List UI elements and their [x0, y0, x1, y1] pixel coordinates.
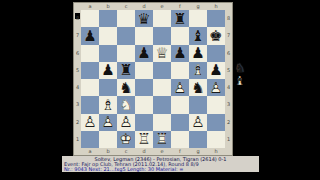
- square-d5[interactable]: [135, 62, 153, 79]
- square-a1[interactable]: [81, 131, 99, 148]
- black-rook-glyph: ♜: [173, 11, 188, 27]
- square-h8[interactable]: [207, 10, 225, 27]
- square-g3[interactable]: [189, 96, 207, 113]
- coord-label-6: 6: [74, 45, 81, 62]
- square-f6[interactable]: ♟: [171, 45, 189, 62]
- square-b1[interactable]: [99, 131, 117, 148]
- square-d3[interactable]: [135, 96, 153, 113]
- coord-label-d: d: [135, 3, 153, 10]
- square-h3[interactable]: [207, 96, 225, 113]
- black-pawn-glyph: ♟: [83, 28, 98, 44]
- square-d7[interactable]: [135, 27, 153, 44]
- piece-white-knight-c3[interactable]: ♞♘: [119, 97, 134, 113]
- piece-black-pawn-a7[interactable]: ♟: [83, 28, 98, 44]
- coord-label-a: a: [81, 148, 99, 155]
- square-a4[interactable]: [81, 79, 99, 96]
- chess-board: abcdefgh abcdefgh 87654321 87654321 ♛♜♟♝…: [74, 3, 232, 155]
- piece-black-pawn-g6[interactable]: ♟: [191, 45, 206, 61]
- black-pawn-glyph: ♟: [209, 62, 224, 78]
- square-b8[interactable]: [99, 10, 117, 27]
- coord-label-5: 5: [74, 62, 81, 79]
- rank-labels-left: 87654321: [74, 10, 81, 148]
- square-f8[interactable]: ♜: [171, 10, 189, 27]
- coord-label-4: 4: [74, 79, 81, 96]
- coord-label-1: 1: [225, 131, 232, 148]
- white-pawn-outline: ♙: [83, 114, 98, 130]
- coord-label-g: g: [189, 148, 207, 155]
- square-d4[interactable]: [135, 79, 153, 96]
- white-rook-outline: ♖: [137, 131, 152, 147]
- piece-black-knight-c4[interactable]: ♞: [119, 80, 134, 96]
- square-e1[interactable]: ♜♖: [153, 131, 171, 148]
- black-pawn-glyph: ♟: [173, 45, 188, 61]
- square-f7[interactable]: [171, 27, 189, 44]
- square-e8[interactable]: [153, 10, 171, 27]
- square-c4[interactable]: ♞: [117, 79, 135, 96]
- square-a2[interactable]: ♟♙: [81, 114, 99, 131]
- piece-black-pawn-d6[interactable]: ♟: [137, 45, 152, 61]
- square-g6[interactable]: ♟: [189, 45, 207, 62]
- piece-white-pawn-c2[interactable]: ♟♙: [119, 114, 134, 130]
- square-g5[interactable]: ♝♗: [189, 62, 207, 79]
- piece-black-bishop-g7[interactable]: ♝: [191, 28, 206, 44]
- square-f5[interactable]: [171, 62, 189, 79]
- piece-white-king-c1[interactable]: ♚♔: [119, 131, 134, 147]
- square-c1[interactable]: ♚♔: [117, 131, 135, 148]
- piece-white-pawn-a2[interactable]: ♟♙: [83, 114, 98, 130]
- square-a3[interactable]: [81, 96, 99, 113]
- coord-label-b: b: [99, 3, 117, 10]
- square-h1[interactable]: [207, 131, 225, 148]
- square-g8[interactable]: [189, 10, 207, 27]
- square-c3[interactable]: ♞♘: [117, 96, 135, 113]
- square-c2[interactable]: ♟♙: [117, 114, 135, 131]
- white-pawn-outline: ♙: [173, 80, 188, 96]
- coord-label-7: 7: [74, 27, 81, 44]
- coord-label-e: e: [153, 3, 171, 10]
- square-b5[interactable]: ♟: [99, 62, 117, 79]
- piece-white-bishop-g5[interactable]: ♝♗: [191, 62, 206, 78]
- piece-black-king-h7[interactable]: ♚: [209, 28, 224, 44]
- white-pawn-outline: ♙: [101, 114, 116, 130]
- square-e5[interactable]: [153, 62, 171, 79]
- square-c8[interactable]: [117, 10, 135, 27]
- piece-white-pawn-b2[interactable]: ♟♙: [101, 114, 116, 130]
- square-a8[interactable]: [81, 10, 99, 27]
- square-b4[interactable]: [99, 79, 117, 96]
- white-knight-outline: ♘: [119, 97, 134, 113]
- coord-label-6: 6: [225, 45, 232, 62]
- square-f2[interactable]: [171, 114, 189, 131]
- square-d6[interactable]: ♟: [135, 45, 153, 62]
- coord-label-e: e: [153, 148, 171, 155]
- black-king-glyph: ♚: [209, 28, 224, 44]
- square-f3[interactable]: [171, 96, 189, 113]
- white-pawn-outline: ♙: [209, 80, 224, 96]
- coord-label-3: 3: [74, 96, 81, 113]
- coord-label-a: a: [81, 3, 99, 10]
- coord-label-7: 7: [225, 27, 232, 44]
- game-meta-line: Nr.: 9043 Next: 21...fxg5 Length: 30 Mat…: [62, 167, 259, 172]
- piece-white-queen-e6[interactable]: ♛♕: [155, 45, 170, 61]
- piece-white-pawn-g2[interactable]: ♟♙: [191, 114, 206, 130]
- piece-black-pawn-f6[interactable]: ♟: [173, 45, 188, 61]
- square-b7[interactable]: [99, 27, 117, 44]
- coord-label-2: 2: [225, 114, 232, 131]
- square-c7[interactable]: [117, 27, 135, 44]
- square-h7[interactable]: ♚: [207, 27, 225, 44]
- black-knight-glyph: ♞: [119, 80, 134, 96]
- square-g2[interactable]: ♟♙: [189, 114, 207, 131]
- square-h5[interactable]: ♟: [207, 62, 225, 79]
- square-c6[interactable]: [117, 45, 135, 62]
- square-e2[interactable]: [153, 114, 171, 131]
- black-pawn-glyph: ♟: [101, 62, 116, 78]
- piece-white-rook-e1[interactable]: ♜♖: [155, 131, 170, 147]
- piece-black-rook-f8[interactable]: ♜: [173, 11, 188, 27]
- piece-white-rook-d1[interactable]: ♜♖: [137, 131, 152, 147]
- coord-label-h: h: [207, 3, 225, 10]
- square-b6[interactable]: [99, 45, 117, 62]
- piece-white-bishop-b3[interactable]: ♝♗: [101, 97, 116, 113]
- coord-label-d: d: [135, 148, 153, 155]
- square-g7[interactable]: ♝: [189, 27, 207, 44]
- black-rook-glyph: ♜: [119, 62, 134, 78]
- white-pawn-outline: ♙: [191, 114, 206, 130]
- square-b2[interactable]: ♟♙: [99, 114, 117, 131]
- board-grid: ♛♜♟♝♚♟♛♕♟♟♟♜♝♗♟♞♟♙♞♟♙♝♗♞♘♟♙♟♙♟♙♟♙♚♔♜♖♜♖: [81, 10, 225, 148]
- black-bishop-glyph: ♝: [191, 28, 206, 44]
- video-frame: abcdefgh abcdefgh 87654321 87654321 ♛♜♟♝…: [0, 0, 320, 180]
- square-c5[interactable]: ♜: [117, 62, 135, 79]
- square-f4[interactable]: ♟♙: [171, 79, 189, 96]
- square-e7[interactable]: [153, 27, 171, 44]
- coord-label-b: b: [99, 148, 117, 155]
- square-a6[interactable]: [81, 45, 99, 62]
- piece-black-pawn-h5[interactable]: ♟: [209, 62, 224, 78]
- piece-white-pawn-f4[interactable]: ♟♙: [173, 80, 188, 96]
- coord-label-f: f: [171, 3, 189, 10]
- square-h4[interactable]: ♟♙: [207, 79, 225, 96]
- coord-label-8: 8: [225, 10, 232, 27]
- square-g1[interactable]: [189, 131, 207, 148]
- white-bishop-outline: ♗: [191, 62, 206, 78]
- coord-label-g: g: [189, 3, 207, 10]
- coord-label-3: 3: [225, 96, 232, 113]
- piece-black-knight-g4[interactable]: ♞: [191, 80, 206, 96]
- square-a5[interactable]: [81, 62, 99, 79]
- coord-label-1: 1: [74, 131, 81, 148]
- square-h6[interactable]: [207, 45, 225, 62]
- piece-white-pawn-h4[interactable]: ♟♙: [209, 80, 224, 96]
- black-pawn-glyph: ♟: [191, 45, 206, 61]
- piece-black-pawn-b5[interactable]: ♟: [101, 62, 116, 78]
- black-queen-glyph: ♛: [137, 11, 152, 27]
- coord-label-5: 5: [225, 62, 232, 79]
- material-difference: ♞ ♝ ♗: [233, 62, 247, 88]
- coord-label-2: 2: [74, 114, 81, 131]
- square-e6[interactable]: ♛♕: [153, 45, 171, 62]
- square-g4[interactable]: ♞: [189, 79, 207, 96]
- file-labels-top: abcdefgh: [81, 3, 225, 10]
- rank-labels-right: 87654321: [225, 10, 232, 148]
- piece-black-rook-c5[interactable]: ♜: [119, 62, 134, 78]
- piece-black-queen-d8[interactable]: ♛: [137, 11, 152, 27]
- coord-label-4: 4: [225, 79, 232, 96]
- square-h2[interactable]: [207, 114, 225, 131]
- square-e3[interactable]: [153, 96, 171, 113]
- black-pawn-glyph: ♟: [137, 45, 152, 61]
- square-e4[interactable]: [153, 79, 171, 96]
- square-d1[interactable]: ♜♖: [135, 131, 153, 148]
- white-king-outline: ♔: [119, 131, 134, 147]
- square-f1[interactable]: [171, 131, 189, 148]
- square-a7[interactable]: ♟: [81, 27, 99, 44]
- coord-label-c: c: [117, 3, 135, 10]
- white-bishop-outline: ♗: [101, 97, 116, 113]
- coord-label-c: c: [117, 148, 135, 155]
- coord-label-8: 8: [74, 10, 81, 27]
- coord-label-f: f: [171, 148, 189, 155]
- game-caption: Soltev, Legman (2346) - Petrosian, Tigra…: [62, 156, 259, 172]
- white-bishop-icon: ♝ ♗: [233, 75, 247, 88]
- square-d8[interactable]: ♛: [135, 10, 153, 27]
- white-pawn-outline: ♙: [119, 114, 134, 130]
- square-d2[interactable]: [135, 114, 153, 131]
- file-labels-bottom: abcdefgh: [81, 148, 225, 155]
- white-queen-outline: ♕: [155, 45, 170, 61]
- square-b3[interactable]: ♝♗: [99, 96, 117, 113]
- coord-label-h: h: [207, 148, 225, 155]
- white-rook-outline: ♖: [155, 131, 170, 147]
- black-knight-glyph: ♞: [191, 80, 206, 96]
